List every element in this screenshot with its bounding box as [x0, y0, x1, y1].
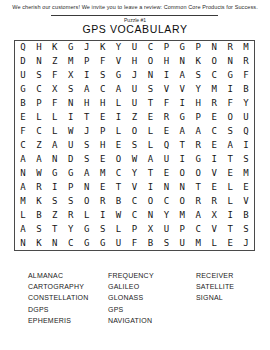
- grid-cell-r8c6: H: [95, 139, 111, 153]
- grid-cell-r9c11: I: [174, 152, 190, 166]
- grid-cell-r13c7: W: [111, 208, 127, 222]
- grid-cell-r6c15: U: [238, 111, 254, 125]
- grid-cell-r12c11: O: [174, 194, 190, 208]
- grid-cell-r14c1: A: [15, 222, 31, 236]
- grid-cell-r7c5: J: [79, 125, 95, 139]
- word-item: SIGNAL: [196, 292, 256, 303]
- grid-cell-r4c12: Y: [190, 83, 206, 97]
- review-banner: We cherish our customers! We invite you …: [0, 4, 270, 10]
- grid-cell-r15c8: F: [127, 236, 143, 250]
- grid-cell-r13c6: I: [95, 208, 111, 222]
- grid-cell-r3c2: S: [31, 69, 47, 83]
- grid-cell-r2c8: H: [127, 55, 143, 69]
- grid-cell-r2c11: N: [174, 55, 190, 69]
- grid-cell-r15c4: C: [63, 236, 79, 250]
- grid-cell-r1c7: Y: [111, 41, 127, 55]
- grid-cell-r5c6: H: [95, 97, 111, 111]
- grid-cell-r10c4: G: [63, 166, 79, 180]
- header-divider: [51, 15, 218, 16]
- grid-cell-r5c11: I: [174, 97, 190, 111]
- grid-cell-r14c9: X: [142, 222, 158, 236]
- grid-cell-r15c6: G: [95, 236, 111, 250]
- grid-cell-r11c5: N: [79, 180, 95, 194]
- grid-cell-r2c1: D: [15, 55, 31, 69]
- grid-cell-r4c4: S: [63, 83, 79, 97]
- word-item: FREQUENCY: [108, 270, 196, 281]
- grid-cell-r2c5: P: [79, 55, 95, 69]
- grid-cell-r3c11: A: [174, 69, 190, 83]
- grid-cell-r15c9: B: [142, 236, 158, 250]
- grid-cell-r14c13: V: [206, 222, 222, 236]
- word-item: GPS: [108, 304, 196, 315]
- grid-cell-r10c12: O: [190, 166, 206, 180]
- grid-cell-r1c5: J: [79, 41, 95, 55]
- grid-cell-r8c5: S: [79, 139, 95, 153]
- grid-cell-r15c14: E: [222, 236, 238, 250]
- grid-cell-r15c12: M: [190, 236, 206, 250]
- grid-cell-r10c13: V: [206, 166, 222, 180]
- grid-cell-r10c6: M: [95, 166, 111, 180]
- grid-cell-r13c11: M: [174, 208, 190, 222]
- grid-cell-r1c12: P: [190, 41, 206, 55]
- grid-cell-r5c9: T: [142, 97, 158, 111]
- grid-cell-r14c12: C: [190, 222, 206, 236]
- grid-cell-r3c8: J: [127, 69, 143, 83]
- grid-cell-r5c10: F: [158, 97, 174, 111]
- grid-cell-r10c5: A: [79, 166, 95, 180]
- grid-cell-r9c6: E: [95, 152, 111, 166]
- grid-cell-r9c9: A: [142, 152, 158, 166]
- word-item: SATELLITE: [196, 281, 256, 292]
- grid-cell-r2c10: H: [158, 55, 174, 69]
- grid-cell-r13c5: L: [79, 208, 95, 222]
- grid-cell-r3c6: S: [95, 69, 111, 83]
- grid-cell-r15c15: J: [238, 236, 254, 250]
- grid-cell-r4c8: U: [127, 83, 143, 97]
- grid-cell-r7c4: W: [63, 125, 79, 139]
- grid-cell-r10c8: Y: [127, 166, 143, 180]
- grid-cell-r5c5: H: [79, 97, 95, 111]
- grid-cell-r5c2: P: [31, 97, 47, 111]
- grid-cell-r12c7: B: [111, 194, 127, 208]
- grid-cell-r6c3: L: [47, 111, 63, 125]
- grid-cell-r5c15: Y: [238, 97, 254, 111]
- word-list-column-3: RECEIVERSATELLITESIGNAL: [196, 270, 256, 326]
- grid-cell-r8c11: T: [174, 139, 190, 153]
- grid-cell-r10c14: E: [222, 166, 238, 180]
- grid-cell-r13c4: R: [63, 208, 79, 222]
- grid-cell-r15c13: L: [206, 236, 222, 250]
- grid-cell-r13c10: Y: [158, 208, 174, 222]
- grid-cell-r6c14: O: [222, 111, 238, 125]
- grid-cell-r11c1: A: [15, 180, 31, 194]
- grid-cell-r7c15: Q: [238, 125, 254, 139]
- grid-cell-r14c4: Y: [63, 222, 79, 236]
- grid-cell-r6c6: E: [95, 111, 111, 125]
- grid-cell-r1c15: M: [238, 41, 254, 55]
- grid-cell-r6c7: I: [111, 111, 127, 125]
- grid-cell-r8c2: Z: [31, 139, 47, 153]
- grid-cell-r14c2: S: [31, 222, 47, 236]
- grid-cell-r6c9: E: [142, 111, 158, 125]
- grid-cell-r14c3: T: [47, 222, 63, 236]
- grid-cell-r8c1: C: [15, 139, 31, 153]
- word-item: NAVIGATION: [108, 315, 196, 326]
- grid-cell-r3c9: N: [142, 69, 158, 83]
- grid-cell-r1c8: U: [127, 41, 143, 55]
- grid-cell-r4c9: S: [142, 83, 158, 97]
- grid-cell-r10c1: N: [15, 166, 31, 180]
- grid-cell-r9c14: T: [222, 152, 238, 166]
- grid-cell-r8c12: R: [190, 139, 206, 153]
- grid-cell-r1c9: C: [142, 41, 158, 55]
- grid-cell-r10c11: O: [174, 166, 190, 180]
- grid-cell-r11c14: L: [222, 180, 238, 194]
- grid-cell-r1c14: R: [222, 41, 238, 55]
- grid-cell-r14c7: L: [111, 222, 127, 236]
- grid-cell-r9c4: D: [63, 152, 79, 166]
- grid-cell-r8c4: U: [63, 139, 79, 153]
- grid-cell-r6c13: E: [206, 111, 222, 125]
- grid-cell-r10c7: C: [111, 166, 127, 180]
- word-item: CARTOGRAPHY: [28, 281, 108, 292]
- grid-cell-r6c11: G: [174, 111, 190, 125]
- grid-cell-r15c7: U: [111, 236, 127, 250]
- grid-cell-r3c4: X: [63, 69, 79, 83]
- grid-cell-r10c2: W: [31, 166, 47, 180]
- grid-cell-r2c7: V: [111, 55, 127, 69]
- grid-cell-r11c9: I: [142, 180, 158, 194]
- word-item: EPHEMERIS: [28, 315, 108, 326]
- grid-cell-r13c9: N: [142, 208, 158, 222]
- grid-cell-r13c2: B: [31, 208, 47, 222]
- word-item: DGPS: [28, 304, 108, 315]
- grid-cell-r8c13: E: [206, 139, 222, 153]
- grid-cell-r6c8: Z: [127, 111, 143, 125]
- grid-cell-r13c3: Z: [47, 208, 63, 222]
- grid-cell-r13c14: I: [222, 208, 238, 222]
- grid-cell-r7c10: E: [158, 125, 174, 139]
- grid-cell-r4c7: A: [111, 83, 127, 97]
- grid-cell-r5c13: R: [206, 97, 222, 111]
- grid-cell-r14c14: T: [222, 222, 238, 236]
- grid-cell-r12c2: K: [31, 194, 47, 208]
- grid-cell-r1c2: H: [31, 41, 47, 55]
- grid-cell-r4c3: X: [47, 83, 63, 97]
- grid-cell-r11c2: R: [31, 180, 47, 194]
- grid-cell-r2c2: N: [31, 55, 47, 69]
- grid-cell-r3c7: G: [111, 69, 127, 83]
- grid-cell-r6c4: I: [63, 111, 79, 125]
- grid-cell-r3c12: S: [190, 69, 206, 83]
- grid-cell-r11c13: E: [206, 180, 222, 194]
- grid-cell-r7c14: S: [222, 125, 238, 139]
- grid-cell-r11c4: P: [63, 180, 79, 194]
- grid-cell-r6c2: L: [31, 111, 47, 125]
- grid-cell-r1c1: Q: [15, 41, 31, 55]
- grid-cell-r11c6: E: [95, 180, 111, 194]
- grid-cell-r11c10: N: [158, 180, 174, 194]
- grid-cell-r11c8: V: [127, 180, 143, 194]
- grid-cell-r8c9: L: [142, 139, 158, 153]
- grid-cell-r15c3: N: [47, 236, 63, 250]
- grid-cell-r6c5: T: [79, 111, 95, 125]
- grid-cell-r9c12: G: [190, 152, 206, 166]
- grid-cell-r2c3: Z: [47, 55, 63, 69]
- grid-cell-r3c5: I: [79, 69, 95, 83]
- word-item: RECEIVER: [196, 270, 256, 281]
- grid-cell-r4c14: I: [222, 83, 238, 97]
- grid-cell-r8c15: I: [238, 139, 254, 153]
- word-search-grid: QHKGJKYUCPGPNRMDNZMPFVHOHNKONRUSFXISGJNI…: [14, 40, 255, 251]
- grid-cell-r8c14: A: [222, 139, 238, 153]
- grid-cell-r9c3: N: [47, 152, 63, 166]
- grid-cell-r6c10: R: [158, 111, 174, 125]
- grid-cell-r6c1: E: [15, 111, 31, 125]
- word-list-column-1: ALMANACCARTOGRAPHYCONSTELLATIONDGPSEPHEM…: [28, 270, 108, 326]
- grid-cell-r7c3: L: [47, 125, 63, 139]
- grid-cell-r2c4: M: [63, 55, 79, 69]
- grid-cell-r12c4: S: [63, 194, 79, 208]
- grid-cell-r10c15: M: [238, 166, 254, 180]
- grid-cell-r5c4: N: [63, 97, 79, 111]
- grid-cell-r11c7: T: [111, 180, 127, 194]
- grid-cell-r7c11: A: [174, 125, 190, 139]
- grid-cell-r1c4: G: [63, 41, 79, 55]
- grid-cell-r7c7: L: [111, 125, 127, 139]
- grid-cell-r5c1: B: [15, 97, 31, 111]
- grid-cell-r3c13: C: [206, 69, 222, 83]
- grid-cell-r12c5: O: [79, 194, 95, 208]
- grid-cell-r9c13: I: [206, 152, 222, 166]
- grid-cell-r12c12: R: [190, 194, 206, 208]
- grid-cell-r9c2: A: [31, 152, 47, 166]
- grid-cell-r11c3: I: [47, 180, 63, 194]
- grid-cell-r14c8: P: [127, 222, 143, 236]
- word-item: GLONASS: [108, 292, 196, 303]
- grid-cell-r5c14: F: [222, 97, 238, 111]
- grid-cell-r3c3: F: [47, 69, 63, 83]
- grid-cell-r2c6: F: [95, 55, 111, 69]
- grid-cell-r12c3: S: [47, 194, 63, 208]
- grid-cell-r15c2: K: [31, 236, 47, 250]
- word-list-column-2: FREQUENCYGALILEOGLONASSGPSNAVIGATION: [108, 270, 196, 326]
- grid-cell-r8c7: E: [111, 139, 127, 153]
- grid-cell-r5c3: F: [47, 97, 63, 111]
- grid-cell-r9c15: S: [238, 152, 254, 166]
- grid-cell-r4c6: C: [95, 83, 111, 97]
- grid-cell-r12c9: O: [142, 194, 158, 208]
- grid-cell-r1c13: N: [206, 41, 222, 55]
- grid-cell-r7c13: C: [206, 125, 222, 139]
- grid-cell-r13c13: X: [206, 208, 222, 222]
- grid-cell-r8c3: A: [47, 139, 63, 153]
- grid-cell-r9c5: S: [79, 152, 95, 166]
- grid-cell-r14c10: U: [158, 222, 174, 236]
- grid-cell-r14c6: S: [95, 222, 111, 236]
- grid-cell-r13c12: A: [190, 208, 206, 222]
- grid-cell-r7c8: O: [127, 125, 143, 139]
- grid-cell-r12c8: C: [127, 194, 143, 208]
- grid-cell-r10c10: E: [158, 166, 174, 180]
- grid-cell-r4c5: A: [79, 83, 95, 97]
- grid-cell-r4c11: V: [174, 83, 190, 97]
- grid-cell-r13c8: C: [127, 208, 143, 222]
- grid-cell-r1c3: K: [47, 41, 63, 55]
- grid-cell-r5c7: L: [111, 97, 127, 111]
- grid-cell-r9c8: W: [127, 152, 143, 166]
- grid-cell-r13c15: B: [238, 208, 254, 222]
- grid-cell-r15c5: G: [79, 236, 95, 250]
- grid-cell-r2c13: O: [206, 55, 222, 69]
- grid-cell-r5c8: U: [127, 97, 143, 111]
- grid-cell-r14c5: G: [79, 222, 95, 236]
- page-title: GPS VOCABULARY: [0, 23, 270, 35]
- grid-cell-r12c14: L: [222, 194, 238, 208]
- grid-cell-r2c15: R: [238, 55, 254, 69]
- grid-cell-r13c1: L: [15, 208, 31, 222]
- grid-cell-r7c9: L: [142, 125, 158, 139]
- grid-cell-r1c10: P: [158, 41, 174, 55]
- word-item: CONSTELLATION: [28, 292, 108, 303]
- grid-cell-r4c1: G: [15, 83, 31, 97]
- grid-cell-r7c12: A: [190, 125, 206, 139]
- grid-cell-r10c9: T: [142, 166, 158, 180]
- grid-cell-r3c10: I: [158, 69, 174, 83]
- grid-cell-r3c15: F: [238, 69, 254, 83]
- grid-cell-r12c10: C: [158, 194, 174, 208]
- grid-cell-r15c1: N: [15, 236, 31, 250]
- grid-cell-r14c15: S: [238, 222, 254, 236]
- grid-cell-r2c9: O: [142, 55, 158, 69]
- grid-cell-r10c3: G: [47, 166, 63, 180]
- grid-cell-r14c11: P: [174, 222, 190, 236]
- grid-cell-r8c10: Q: [158, 139, 174, 153]
- grid-cell-r2c12: K: [190, 55, 206, 69]
- grid-cell-r4c2: C: [31, 83, 47, 97]
- grid-cell-r7c2: C: [31, 125, 47, 139]
- grid-cell-r8c8: S: [127, 139, 143, 153]
- grid-cell-r9c10: U: [158, 152, 174, 166]
- grid-cell-r2c14: N: [222, 55, 238, 69]
- grid-cell-r3c1: U: [15, 69, 31, 83]
- grid-cell-r6c12: P: [190, 111, 206, 125]
- word-item: GALILEO: [108, 281, 196, 292]
- grid-cell-r9c7: O: [111, 152, 127, 166]
- word-item: ALMANAC: [28, 270, 108, 281]
- grid-cell-r7c6: P: [95, 125, 111, 139]
- grid-cell-r1c6: K: [95, 41, 111, 55]
- grid-cell-r1c11: G: [174, 41, 190, 55]
- grid-cell-r9c1: A: [15, 152, 31, 166]
- word-list: ALMANACCARTOGRAPHYCONSTELLATIONDGPSEPHEM…: [28, 270, 256, 326]
- grid-cell-r12c1: M: [15, 194, 31, 208]
- grid-cell-r5c12: H: [190, 97, 206, 111]
- grid-cell-r7c1: F: [15, 125, 31, 139]
- grid-cell-r12c6: R: [95, 194, 111, 208]
- grid-cell-r11c11: N: [174, 180, 190, 194]
- grid-cell-r12c15: V: [238, 194, 254, 208]
- grid-cell-r4c10: V: [158, 83, 174, 97]
- grid-cell-r11c15: E: [238, 180, 254, 194]
- worksheet-page: We cherish our customers! We invite you …: [0, 0, 270, 350]
- grid-cell-r4c13: M: [206, 83, 222, 97]
- grid-cell-r12c13: R: [206, 194, 222, 208]
- grid-cell-r15c10: S: [158, 236, 174, 250]
- grid-cell-r4c15: B: [238, 83, 254, 97]
- grid-cell-r3c14: G: [222, 69, 238, 83]
- grid-cell-r11c12: T: [190, 180, 206, 194]
- grid-cell-r15c11: U: [174, 236, 190, 250]
